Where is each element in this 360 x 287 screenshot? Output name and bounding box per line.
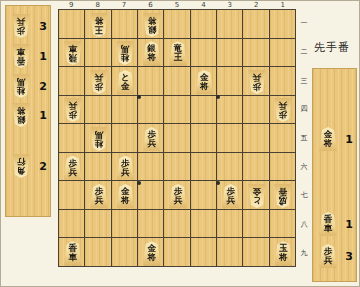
piece-83-gote[interactable]: 歩兵 [89,70,109,94]
file-labels: 987654321 [58,1,296,9]
file-label-5: 5 [164,1,190,9]
shogi-diagram: 987654321 王将銀将飛車桂馬銀将竜王歩兵と金金将歩兵歩兵歩兵桂馬歩兵歩兵… [0,0,360,287]
piece-37-sente[interactable]: 歩兵 [221,184,241,208]
piece-19-sente[interactable]: 玉将 [273,241,293,265]
gote-hand-1: 歩兵3 [6,14,50,40]
rank-label-2: 二 [299,38,309,67]
piece-27-gote[interactable]: と金 [247,184,267,208]
sente-piece[interactable]: 金将 [318,127,338,151]
rank-labels: 一二三四五六七八九 [299,9,309,267]
gote-hand-4: 銀将1 [6,103,50,129]
piece-62-sente[interactable]: 銀将 [142,41,162,65]
sente-hand-count: 1 [345,133,353,146]
piece-69-sente[interactable]: 金将 [142,241,162,265]
gote-piece[interactable]: 銀将 [11,103,31,127]
file-label-1: 1 [270,1,296,9]
piece-72-gote[interactable]: 桂馬 [115,41,135,65]
gote-hand-count: 1 [39,50,47,63]
rank-label-4: 四 [299,95,309,124]
turn-indicator: 先手番 [314,40,360,55]
file-label-3: 3 [217,1,243,9]
rank-label-7: 七 [299,181,309,210]
gote-hand-count: 3 [39,20,47,33]
piece-43-sente[interactable]: 金将 [194,70,214,94]
piece-52-sente[interactable]: 竜王 [168,41,188,65]
rank-label-5: 五 [299,124,309,153]
gote-hand-2: 香車1 [6,44,50,70]
file-label-7: 7 [111,1,137,9]
sente-hand-count: 3 [345,250,353,263]
piece-85-gote[interactable]: 桂馬 [89,127,109,151]
sente-hand-3: 歩兵3 [313,244,356,270]
gote-hand-count: 1 [39,109,47,122]
sente-hand-2: 香車1 [313,212,356,238]
sente-hand-1: 金将1 [313,127,356,153]
sente-piece[interactable]: 香車 [318,212,338,236]
piece-92-gote[interactable]: 飛車 [63,41,83,65]
gote-hand-count: 2 [39,160,47,173]
rank-label-8: 八 [299,210,309,239]
piece-77-sente[interactable]: 金将 [115,184,135,208]
sente-hand-tray: 金将1香車1歩兵3 [312,68,357,282]
piece-94-gote[interactable]: 歩兵 [63,98,83,122]
sente-piece[interactable]: 歩兵 [318,244,338,268]
file-label-6: 6 [137,1,163,9]
sente-hand-count: 1 [345,218,353,231]
piece-57-sente[interactable]: 歩兵 [168,184,188,208]
shogi-board: 王将銀将飛車桂馬銀将竜王歩兵と金金将歩兵歩兵歩兵桂馬歩兵歩兵歩兵歩兵金将歩兵歩兵… [58,9,296,267]
piece-73-sente[interactable]: と金 [115,70,135,94]
piece-96-sente[interactable]: 歩兵 [63,156,83,180]
gote-hand-3: 桂馬2 [6,74,50,100]
file-label-8: 8 [84,1,110,9]
rank-label-9: 九 [299,238,309,267]
rank-label-1: 一 [299,9,309,38]
piece-81-gote[interactable]: 王将 [89,13,109,37]
gote-hand-tray: 歩兵3香車1桂馬2銀将1角行2 [5,5,51,217]
gote-piece[interactable]: 桂馬 [11,74,31,98]
piece-65-sente[interactable]: 歩兵 [142,127,162,151]
gote-piece[interactable]: 香車 [11,44,31,68]
rank-label-6: 六 [299,152,309,181]
piece-layer: 王将銀将飛車桂馬銀将竜王歩兵と金金将歩兵歩兵歩兵桂馬歩兵歩兵歩兵歩兵金将歩兵歩兵… [59,10,295,266]
piece-76-sente[interactable]: 歩兵 [115,156,135,180]
file-label-9: 9 [58,1,84,9]
gote-piece[interactable]: 歩兵 [11,14,31,38]
piece-23-gote[interactable]: 歩兵 [247,70,267,94]
piece-99-sente[interactable]: 香車 [63,241,83,265]
gote-piece[interactable]: 角行 [11,154,31,178]
rank-label-3: 三 [299,66,309,95]
piece-17-gote[interactable]: 成香 [273,184,293,208]
gote-hand-5: 角行2 [6,154,50,180]
gote-hand-count: 2 [39,80,47,93]
piece-61-gote[interactable]: 銀将 [142,13,162,37]
piece-87-sente[interactable]: 歩兵 [89,184,109,208]
file-label-2: 2 [243,1,269,9]
file-label-4: 4 [190,1,216,9]
piece-14-gote[interactable]: 歩兵 [273,98,293,122]
